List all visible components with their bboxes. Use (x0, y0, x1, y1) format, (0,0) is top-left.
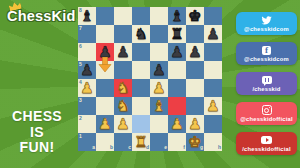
file-label-f: f (183, 145, 185, 150)
square-b8[interactable] (96, 7, 114, 25)
square-f1[interactable]: f (168, 133, 186, 151)
square-d5[interactable] (132, 61, 150, 79)
square-e7[interactable] (150, 25, 168, 43)
square-f6[interactable]: ♟ (168, 43, 186, 61)
square-b5[interactable] (96, 61, 114, 79)
square-f7[interactable]: ♜ (168, 25, 186, 43)
square-a8[interactable]: 8♝ (78, 7, 96, 25)
piece-wP-c2[interactable]: ♟ (114, 115, 132, 133)
square-e8[interactable] (150, 7, 168, 25)
piece-wR-d1[interactable]: ♜ (132, 133, 150, 151)
piece-bP-e5[interactable]: ♟ (150, 61, 168, 79)
file-label-b: b (110, 145, 113, 150)
twitter-bird-icon (261, 16, 272, 25)
twitter-badge[interactable]: @chesskidcom (236, 12, 297, 35)
file-label-c: c (128, 145, 131, 150)
square-h4[interactable] (204, 79, 222, 97)
square-a3[interactable]: 3 (78, 97, 96, 115)
square-f5[interactable] (168, 61, 186, 79)
square-h1[interactable]: h (204, 133, 222, 151)
square-b4[interactable] (96, 79, 114, 97)
facebook-f-icon: f (262, 46, 271, 55)
piece-bR-f7[interactable]: ♜ (168, 25, 186, 43)
chesskid-logo-text: ChessKid (7, 8, 75, 24)
piece-wK-g1[interactable]: ♚ (186, 133, 204, 151)
chesskid-promo-screen: { "game": "chess", "position": { "fen": … (0, 0, 300, 168)
facebook-badge[interactable]: f@chesskidcom (236, 42, 297, 65)
square-h6[interactable] (204, 43, 222, 61)
square-e2[interactable] (150, 115, 168, 133)
square-c5[interactable] (114, 61, 132, 79)
file-label-a: a (92, 145, 95, 150)
piece-wP-h3[interactable]: ♟ (204, 97, 222, 115)
chess-board[interactable]: 8♝♝♚7♞♜♟6♟♟♟♟5♟♟4♟♞♟3♞♝♟2♟♟♟♟1abcd♜efg♚h (78, 7, 222, 151)
square-a6[interactable]: 6 (78, 43, 96, 61)
square-c1[interactable]: c (114, 133, 132, 151)
twitter-handle: @chesskidcom (244, 26, 289, 32)
piece-wN-c4[interactable]: ♞ (114, 79, 132, 97)
instagram-badge[interactable]: @chesskidofficial (236, 102, 297, 125)
square-b3[interactable] (96, 97, 114, 115)
youtube-handle: /chesskidofficial (242, 146, 291, 152)
instagram-icon (262, 105, 272, 115)
square-g2[interactable]: ♟ (186, 115, 204, 133)
rank-label-7: 7 (79, 26, 82, 31)
square-b2[interactable]: ♟ (96, 115, 114, 133)
piece-bP-f6[interactable]: ♟ (168, 43, 186, 61)
square-c3[interactable]: ♞ (114, 97, 132, 115)
twitch-icon (262, 76, 272, 84)
square-a7[interactable]: 7 (78, 25, 96, 43)
square-h7[interactable]: ♟ (204, 25, 222, 43)
square-b7[interactable] (96, 25, 114, 43)
square-e3[interactable]: ♝ (150, 97, 168, 115)
square-c4[interactable]: ♞ (114, 79, 132, 97)
piece-bP-c6[interactable]: ♟ (114, 43, 132, 61)
piece-bP-h7[interactable]: ♟ (204, 25, 222, 43)
square-e6[interactable] (150, 43, 168, 61)
square-g7[interactable] (186, 25, 204, 43)
piece-bP-g6[interactable]: ♟ (186, 43, 204, 61)
square-a1[interactable]: 1a (78, 133, 96, 151)
square-d1[interactable]: d♜ (132, 133, 150, 151)
piece-bP-b6[interactable]: ♟ (96, 43, 114, 61)
piece-wP-f2[interactable]: ♟ (168, 115, 186, 133)
square-h8[interactable] (204, 7, 222, 25)
slogan: CHESS IS FUN! (6, 109, 68, 156)
twitch-badge[interactable]: /chesskid (236, 72, 297, 95)
square-h2[interactable] (204, 115, 222, 133)
square-f4[interactable] (168, 79, 186, 97)
square-d2[interactable] (132, 115, 150, 133)
piece-wB-e3[interactable]: ♝ (150, 97, 168, 115)
square-c6[interactable]: ♟ (114, 43, 132, 61)
square-f3[interactable] (168, 97, 186, 115)
square-d7[interactable]: ♞ (132, 25, 150, 43)
square-a5[interactable]: 5♟ (78, 61, 96, 79)
square-h5[interactable] (204, 61, 222, 79)
file-label-e: e (164, 145, 167, 150)
square-d6[interactable] (132, 43, 150, 61)
square-c7[interactable] (114, 25, 132, 43)
piece-wN-c3[interactable]: ♞ (114, 97, 132, 115)
square-g1[interactable]: g♚ (186, 133, 204, 151)
square-g4[interactable] (186, 79, 204, 97)
square-c8[interactable] (114, 7, 132, 25)
piece-wP-g2[interactable]: ♟ (186, 115, 204, 133)
square-b1[interactable]: b (96, 133, 114, 151)
piece-bB-a8[interactable]: ♝ (78, 7, 96, 25)
social-badges-panel: @chesskidcomf@chesskidcom/chesskid@chess… (236, 12, 297, 156)
square-d3[interactable] (132, 97, 150, 115)
rank-label-3: 3 (79, 98, 82, 103)
piece-wP-a4[interactable]: ♟ (78, 79, 96, 97)
square-g3[interactable] (186, 97, 204, 115)
square-g6[interactable]: ♟ (186, 43, 204, 61)
piece-wP-b2[interactable]: ♟ (96, 115, 114, 133)
rank-label-2: 2 (79, 116, 82, 121)
piece-bB-f8[interactable]: ♝ (168, 7, 186, 25)
piece-wP-e4[interactable]: ♟ (150, 79, 168, 97)
square-d4[interactable] (132, 79, 150, 97)
square-c2[interactable]: ♟ (114, 115, 132, 133)
square-f2[interactable]: ♟ (168, 115, 186, 133)
youtube-badge[interactable]: /chesskidofficial (236, 132, 297, 155)
square-a4[interactable]: 4♟ (78, 79, 96, 97)
youtube-play-icon (261, 136, 272, 144)
piece-bK-g8[interactable]: ♚ (186, 7, 204, 25)
square-f8[interactable]: ♝ (168, 7, 186, 25)
piece-bP-a5[interactable]: ♟ (78, 61, 96, 79)
square-g8[interactable]: ♚ (186, 7, 204, 25)
facebook-handle: @chesskidcom (244, 56, 289, 62)
square-g5[interactable] (186, 61, 204, 79)
square-d8[interactable] (132, 7, 150, 25)
slogan-line-1: CHESS (6, 109, 68, 125)
chesskid-logo: ChessKid (7, 7, 77, 31)
twitch-handle: /chesskid (252, 86, 280, 92)
square-a2[interactable]: 2 (78, 115, 96, 133)
square-h3[interactable]: ♟ (204, 97, 222, 115)
piece-bN-d7[interactable]: ♞ (132, 25, 150, 43)
square-e1[interactable]: e (150, 133, 168, 151)
rank-label-1: 1 (79, 134, 82, 139)
instagram-handle: @chesskidofficial (240, 116, 293, 122)
slogan-line-3: FUN! (6, 140, 68, 156)
square-b6[interactable]: ♟ (96, 43, 114, 61)
rank-label-6: 6 (79, 44, 82, 49)
slogan-line-2: IS (6, 125, 68, 141)
square-e4[interactable]: ♟ (150, 79, 168, 97)
square-e5[interactable]: ♟ (150, 61, 168, 79)
file-label-h: h (218, 145, 221, 150)
